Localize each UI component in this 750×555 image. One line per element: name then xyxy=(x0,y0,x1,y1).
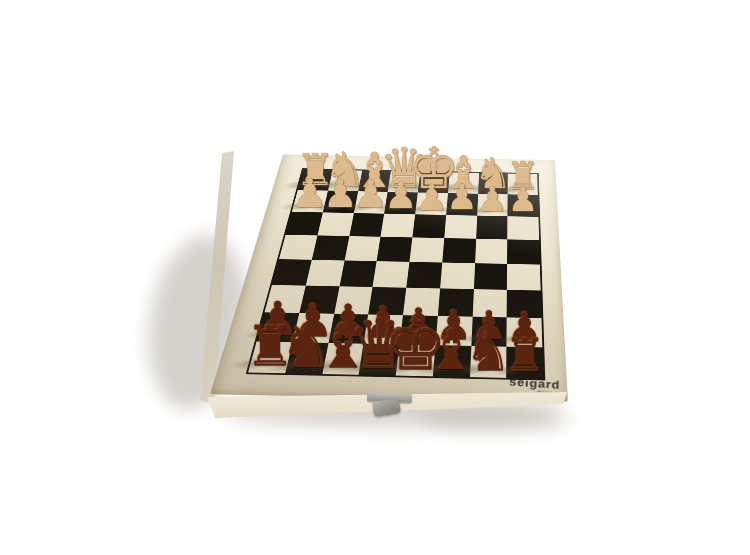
square-f5 xyxy=(442,238,476,263)
latch-hasp xyxy=(372,398,401,417)
square-b5 xyxy=(312,235,349,260)
square-f6 xyxy=(444,215,477,239)
square-c2 xyxy=(328,314,368,344)
square-c1 xyxy=(322,343,364,375)
square-c3 xyxy=(334,286,373,314)
square-f8 xyxy=(448,172,479,193)
square-d6 xyxy=(381,214,415,238)
square-e4 xyxy=(406,262,442,289)
square-b3 xyxy=(299,286,339,314)
square-e7 xyxy=(415,192,448,215)
square-g1 xyxy=(470,346,507,378)
square-e3 xyxy=(403,288,440,316)
square-d7 xyxy=(384,192,417,214)
square-e5 xyxy=(409,237,444,262)
square-g7 xyxy=(477,194,508,217)
square-h2 xyxy=(507,317,543,347)
square-e2 xyxy=(399,315,437,345)
square-f2 xyxy=(435,316,472,346)
square-g4 xyxy=(473,263,507,290)
square-d5 xyxy=(377,237,413,262)
square-f3 xyxy=(438,288,474,316)
cast-shadow-bottom xyxy=(225,400,565,426)
square-d3 xyxy=(368,287,406,315)
square-f4 xyxy=(440,263,475,290)
square-d4 xyxy=(373,261,410,288)
square-g3 xyxy=(472,289,507,317)
square-h3 xyxy=(507,290,542,318)
square-e6 xyxy=(412,214,446,238)
photo-scene: seigard CHILE ♜♞♝♛♚♝♞♜♟♟♟♟♟♟♟♟♟♟♟♟♟♟♟♟♜♞… xyxy=(0,0,750,555)
square-b6 xyxy=(317,212,353,236)
square-h8 xyxy=(508,174,538,195)
square-h7 xyxy=(508,194,539,217)
square-c8 xyxy=(358,171,391,192)
square-h1 xyxy=(506,347,543,379)
chess-board: seigard CHILE xyxy=(210,37,612,402)
square-c6 xyxy=(349,213,384,237)
square-b8 xyxy=(328,170,362,191)
square-e8 xyxy=(418,172,450,193)
square-b2 xyxy=(292,313,333,343)
square-h4 xyxy=(507,264,541,291)
square-f7 xyxy=(446,193,478,216)
square-d2 xyxy=(364,314,403,344)
square-g5 xyxy=(475,239,508,264)
square-b4 xyxy=(306,260,345,287)
cast-shadow-bottom-right xyxy=(420,408,570,432)
board-grid xyxy=(246,168,546,380)
square-b1 xyxy=(285,342,328,374)
square-d8 xyxy=(388,171,421,192)
brand-label: seigard CHILE xyxy=(509,376,561,397)
square-h5 xyxy=(507,239,540,264)
board-box-lid: seigard CHILE xyxy=(210,154,568,401)
square-g6 xyxy=(476,216,508,240)
square-c5 xyxy=(344,236,380,261)
square-g2 xyxy=(471,317,507,347)
square-d1 xyxy=(359,344,400,376)
square-c4 xyxy=(339,260,377,287)
square-f1 xyxy=(433,345,471,377)
square-h6 xyxy=(507,216,539,240)
square-b7 xyxy=(323,191,358,213)
square-g8 xyxy=(478,173,508,194)
square-c7 xyxy=(354,191,388,213)
square-e1 xyxy=(396,344,435,376)
